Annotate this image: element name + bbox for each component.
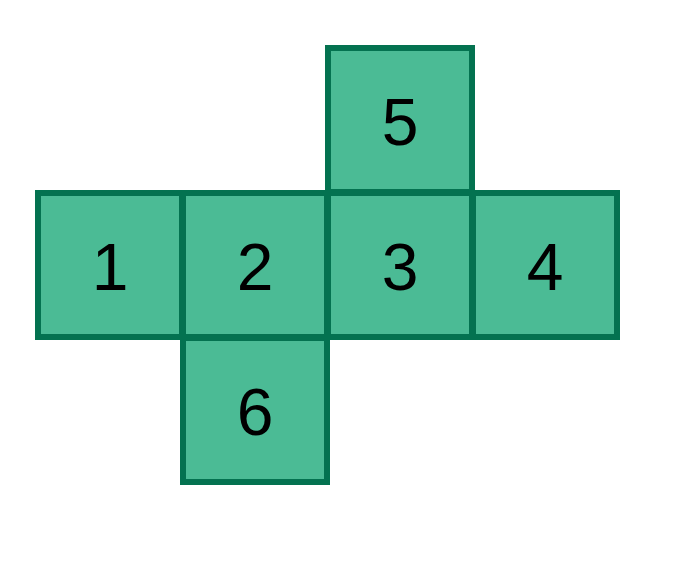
cube-face-5: 5 [325,45,475,195]
face-label: 3 [382,234,419,300]
face-label: 6 [237,379,274,445]
cube-face-3: 3 [325,190,475,340]
cube-face-4: 4 [470,190,620,340]
page: 5 1 2 3 4 6 [0,0,685,561]
face-label: 2 [237,234,274,300]
cube-face-6: 6 [180,335,330,485]
face-label: 5 [382,89,419,155]
cube-face-2: 2 [180,190,330,340]
cube-face-1: 1 [35,190,185,340]
face-label: 4 [527,234,564,300]
face-label: 1 [92,234,129,300]
cube-net-board: 5 1 2 3 4 6 [0,0,685,561]
